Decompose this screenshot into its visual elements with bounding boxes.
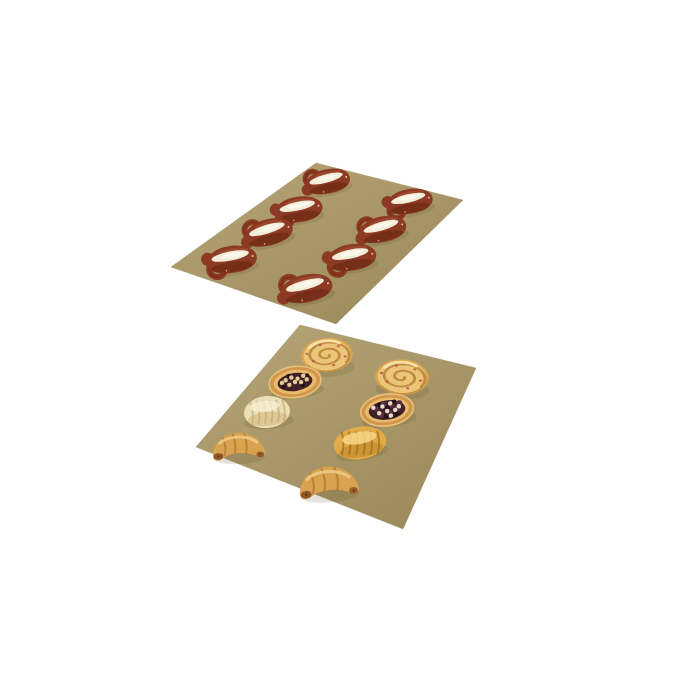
scene-svg [0, 0, 700, 700]
pretzel-sheet [171, 163, 463, 324]
product-photo [0, 0, 700, 700]
pastry-sheet [196, 325, 476, 529]
